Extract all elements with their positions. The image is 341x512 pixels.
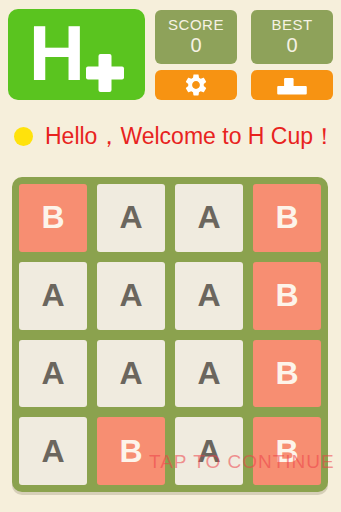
board[interactable]: BAABAAABAAABABAB: [12, 177, 328, 492]
score-label: SCORE: [168, 17, 224, 33]
tile-a: A: [97, 184, 165, 252]
settings-button[interactable]: [155, 70, 237, 100]
app-logo: H: [8, 9, 145, 100]
tile-b: B: [253, 262, 321, 330]
tile-a: A: [97, 262, 165, 330]
tile-a: A: [19, 262, 87, 330]
tile-a: A: [175, 184, 243, 252]
gear-icon: [183, 72, 209, 98]
tap-to-continue[interactable]: TAP TO CONTINUE: [149, 451, 335, 473]
best-value: 0: [286, 33, 297, 58]
welcome-message: Hello，Welcome to H Cup！: [45, 123, 336, 150]
tile-b: B: [253, 184, 321, 252]
tile-b: B: [19, 184, 87, 252]
tile-a: A: [175, 340, 243, 408]
yellow-dot-icon: [14, 127, 33, 146]
best-label: BEST: [271, 17, 312, 33]
score-panel: SCORE 0: [155, 10, 237, 64]
tile-a: A: [97, 340, 165, 408]
tile-a: A: [19, 417, 87, 485]
tile-b: B: [253, 340, 321, 408]
leaderboard-button[interactable]: [251, 70, 333, 100]
logo-letter: H: [29, 14, 83, 92]
score-value: 0: [190, 33, 201, 58]
tile-a: A: [19, 340, 87, 408]
best-panel: BEST 0: [251, 10, 333, 64]
podium-icon: [276, 76, 308, 95]
tile-a: A: [175, 262, 243, 330]
plus-icon: [86, 54, 124, 92]
